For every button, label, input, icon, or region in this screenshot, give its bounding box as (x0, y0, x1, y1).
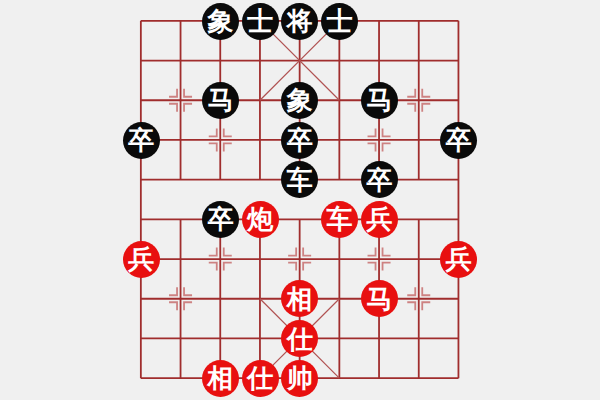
piece-black-elephant[interactable]: 象 (202, 3, 239, 40)
piece-black-advisor[interactable]: 士 (242, 3, 279, 40)
piece-red-soldier[interactable]: 兵 (123, 241, 160, 278)
xiangqi-board[interactable]: 象士将士马象马卒卒卒车卒卒炮车兵兵兵相马仕相仕帅 (121, 1, 478, 398)
piece-red-advisor[interactable]: 仕 (281, 320, 318, 357)
piece-layer: 象士将士马象马卒卒卒车卒卒炮车兵兵兵相马仕相仕帅 (121, 1, 478, 398)
piece-red-advisor[interactable]: 仕 (242, 360, 279, 397)
piece-black-soldier[interactable]: 卒 (202, 201, 239, 238)
app-background: 象士将士马象马卒卒卒车卒卒炮车兵兵兵相马仕相仕帅 (0, 0, 600, 400)
piece-black-soldier[interactable]: 卒 (440, 122, 477, 159)
piece-red-cannon[interactable]: 炮 (242, 201, 279, 238)
piece-red-horse[interactable]: 马 (361, 280, 398, 317)
piece-red-chariot[interactable]: 车 (321, 201, 358, 238)
piece-red-elephant[interactable]: 相 (281, 280, 318, 317)
piece-black-horse[interactable]: 马 (202, 82, 239, 119)
piece-red-soldier[interactable]: 兵 (440, 241, 477, 278)
piece-black-soldier[interactable]: 卒 (281, 122, 318, 159)
piece-black-chariot[interactable]: 车 (281, 161, 318, 198)
piece-red-elephant[interactable]: 相 (202, 360, 239, 397)
piece-red-general[interactable]: 帅 (281, 360, 318, 397)
piece-black-soldier[interactable]: 卒 (123, 122, 160, 159)
piece-black-elephant[interactable]: 象 (281, 82, 318, 119)
piece-black-general[interactable]: 将 (281, 3, 318, 40)
piece-black-advisor[interactable]: 士 (321, 3, 358, 40)
piece-red-soldier[interactable]: 兵 (361, 201, 398, 238)
piece-black-horse[interactable]: 马 (361, 82, 398, 119)
piece-black-soldier[interactable]: 卒 (361, 161, 398, 198)
